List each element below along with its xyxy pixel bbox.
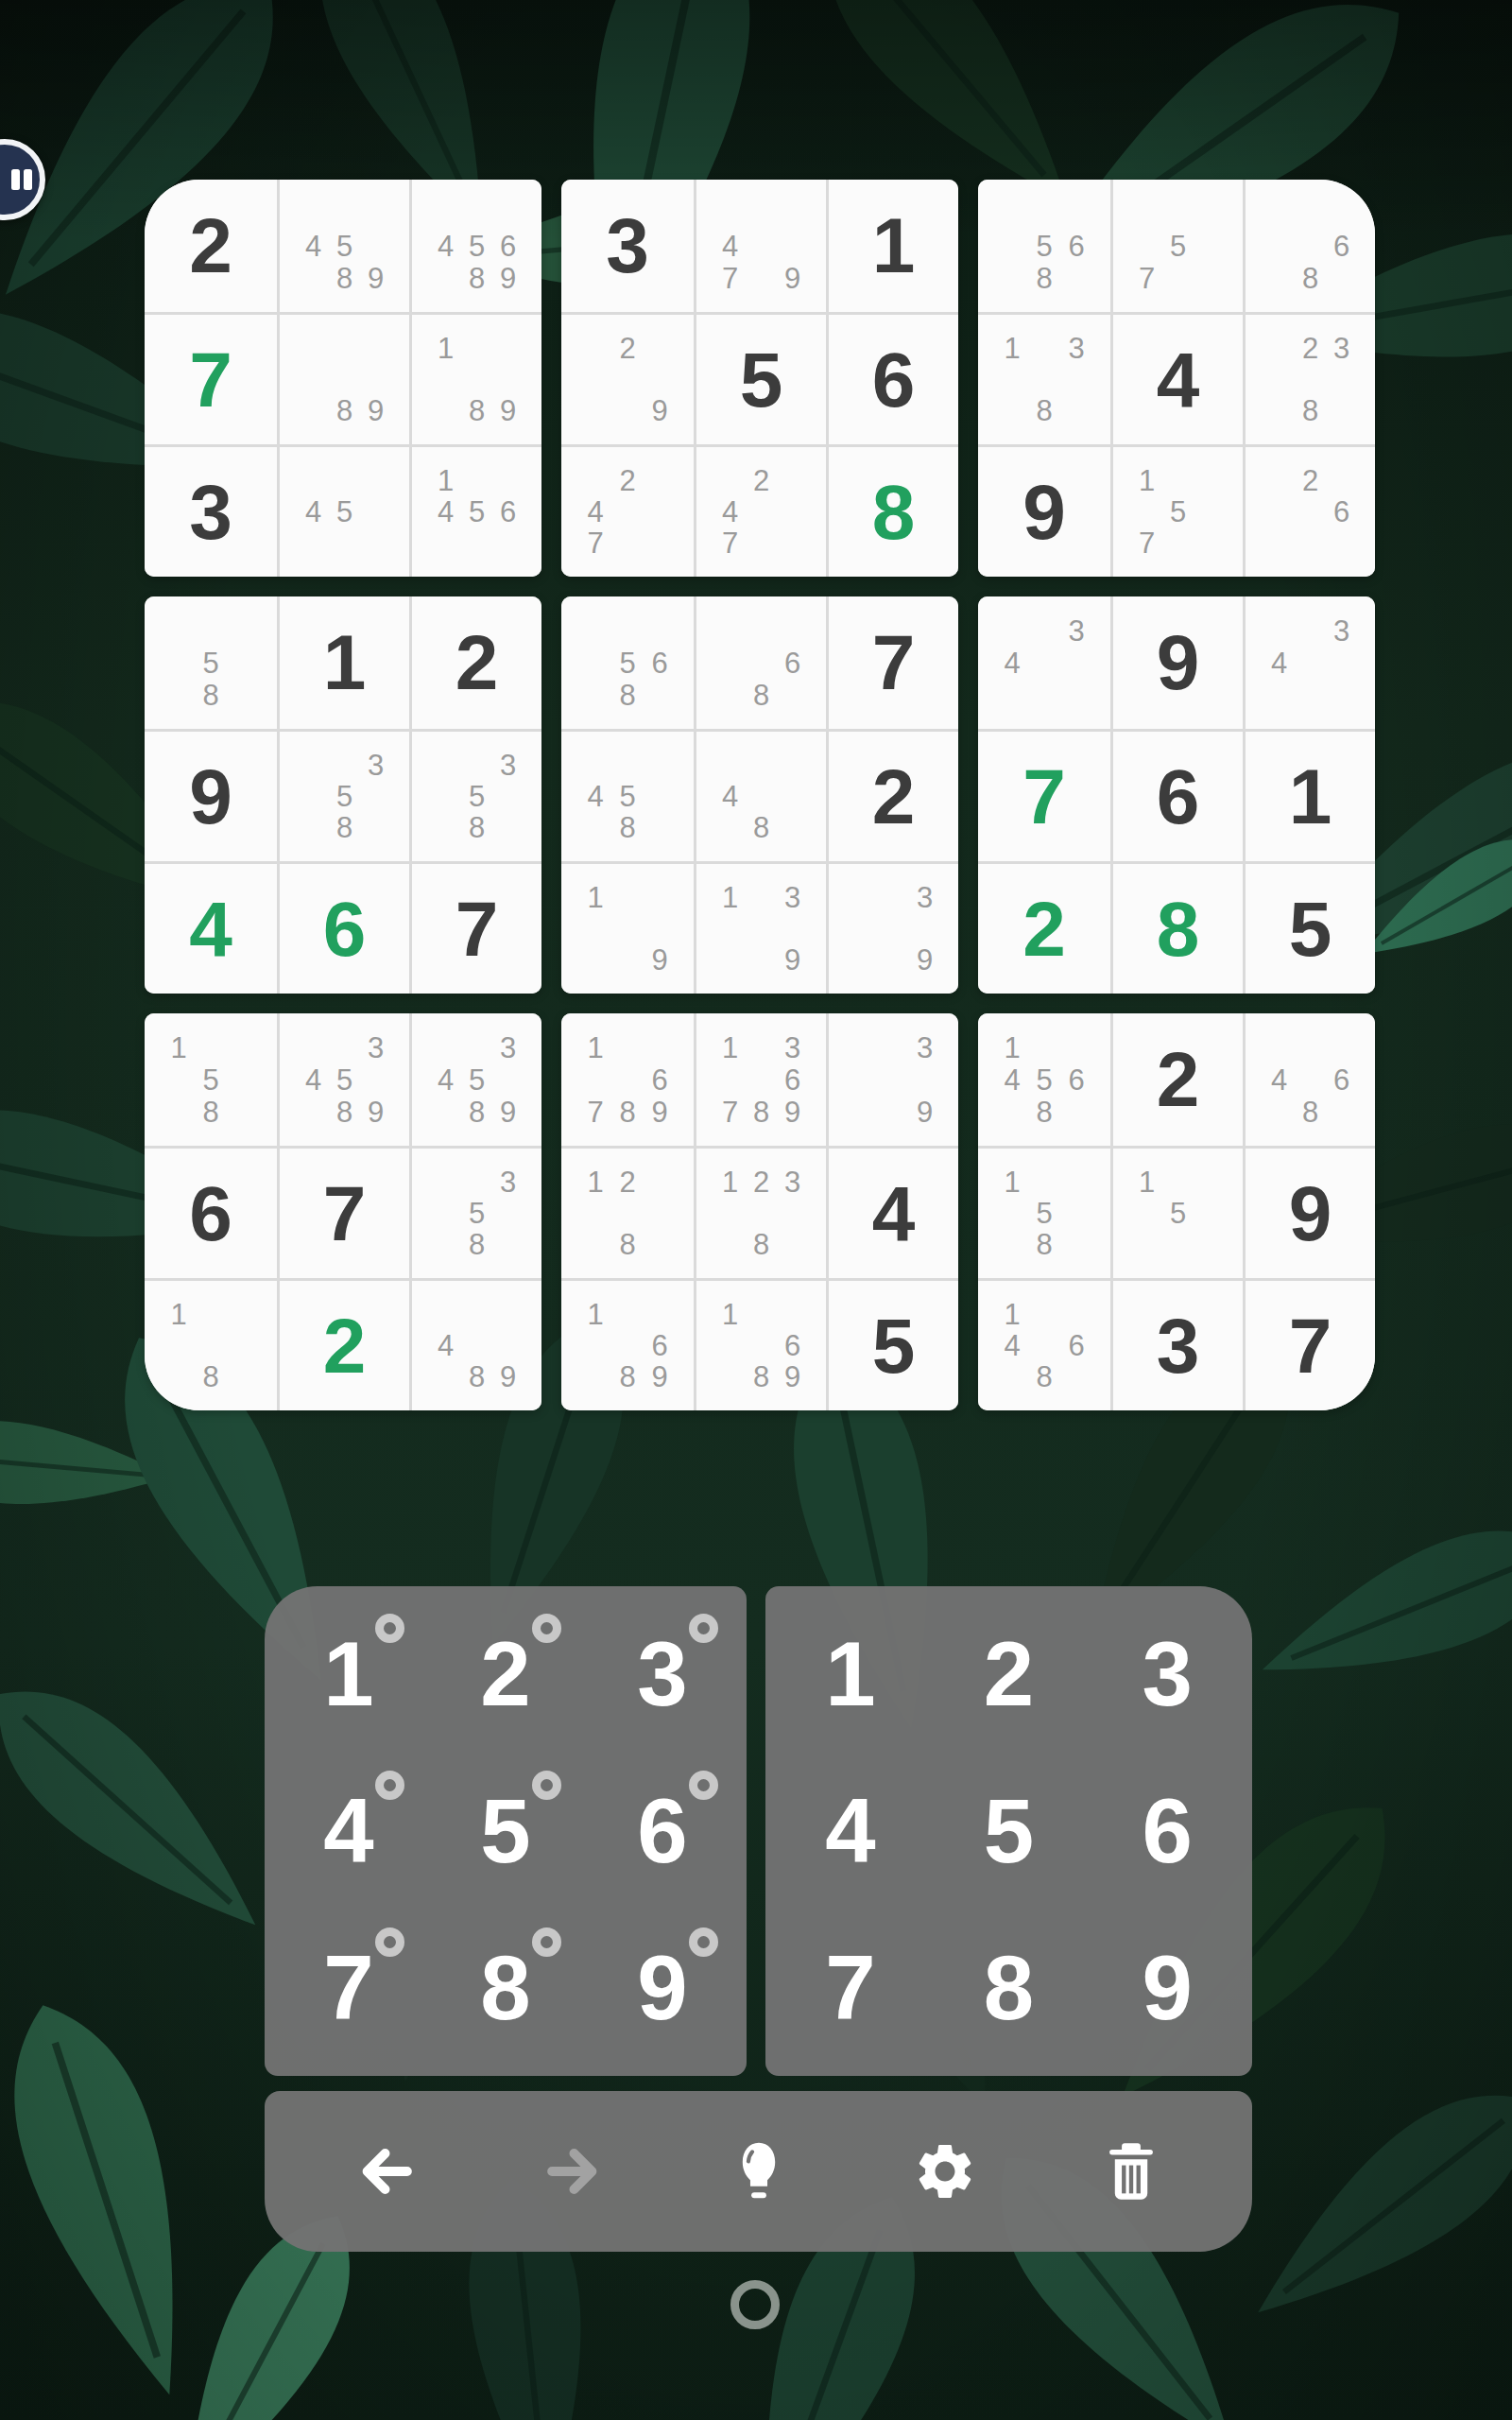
cell-r3c6[interactable]: 8 xyxy=(826,444,958,577)
note-digit: 9 xyxy=(909,944,940,976)
note-digit xyxy=(1060,1299,1092,1330)
cell-r6c1[interactable]: 4 xyxy=(145,861,277,994)
cell-r2c7[interactable]: 138 xyxy=(978,312,1110,444)
note-digit: 9 xyxy=(644,1096,676,1128)
note-digit xyxy=(329,527,360,559)
note-digit: 3 xyxy=(492,750,524,781)
note-digit xyxy=(360,333,391,364)
notes-key-8[interactable]: 8 xyxy=(427,1910,584,2066)
note-digit xyxy=(430,262,461,294)
note-digit: 3 xyxy=(492,1031,524,1063)
note-digit xyxy=(298,812,329,843)
note-digit xyxy=(1194,1198,1225,1229)
cell-r5c7[interactable]: 7 xyxy=(978,729,1110,861)
key-digit: 3 xyxy=(637,1629,687,1720)
note-digit xyxy=(777,614,808,647)
note-digit xyxy=(430,750,461,781)
note-digit: 4 xyxy=(996,1063,1028,1096)
note-digit xyxy=(1060,1198,1092,1229)
note-digit: 8 xyxy=(329,395,360,426)
note-digit xyxy=(298,465,329,496)
notes-key-2[interactable]: 2 xyxy=(427,1596,584,1753)
note-digit: 6 xyxy=(1060,1330,1092,1361)
cell-r7c5[interactable]: 136789 xyxy=(694,1013,826,1146)
given-digit: 9 xyxy=(1022,474,1066,551)
note-digit: 4 xyxy=(714,496,746,527)
note-digit xyxy=(644,882,676,913)
notes-key-1[interactable]: 1 xyxy=(270,1596,427,1753)
pencil-marks: 26 xyxy=(1263,465,1357,559)
note-digit xyxy=(644,1299,676,1330)
note-digit xyxy=(611,944,644,976)
note-digit: 6 xyxy=(777,1330,808,1361)
note-digit xyxy=(714,750,746,781)
cell-r8c9[interactable]: 9 xyxy=(1243,1146,1375,1278)
notes-key-5[interactable]: 5 xyxy=(427,1753,584,1910)
given-digit: 1 xyxy=(1289,758,1332,836)
note-digit xyxy=(227,1361,259,1392)
note-digit xyxy=(360,1063,391,1096)
pencil-marks: 34589 xyxy=(430,1031,524,1128)
pencil-marks: 68 xyxy=(714,614,808,711)
cell-r2c9[interactable]: 238 xyxy=(1243,312,1375,444)
toolbar xyxy=(265,2091,1252,2252)
note-digit: 2 xyxy=(746,465,777,496)
note-digit: 9 xyxy=(492,1361,524,1392)
given-digit: 9 xyxy=(1289,1175,1332,1253)
cell-r2c5[interactable]: 5 xyxy=(694,312,826,444)
cell-r2c3[interactable]: 189 xyxy=(409,312,541,444)
cell-r7c1[interactable]: 158 xyxy=(145,1013,277,1146)
entered-digit: 7 xyxy=(1022,758,1066,836)
cell-r7c2[interactable]: 34589 xyxy=(277,1013,409,1146)
note-digit: 7 xyxy=(1131,262,1162,294)
note-digit: 4 xyxy=(298,496,329,527)
note-digit: 5 xyxy=(1162,230,1194,262)
note-digit xyxy=(1263,1096,1295,1128)
cell-r4c5[interactable]: 68 xyxy=(694,596,826,729)
cell-r3c2[interactable]: 45 xyxy=(277,444,409,577)
number-key-5[interactable]: 5 xyxy=(930,1753,1089,1910)
note-digit xyxy=(1326,647,1357,679)
note-digit xyxy=(1194,262,1225,294)
notes-key-9[interactable]: 9 xyxy=(584,1910,741,2066)
cell-r4c8[interactable]: 9 xyxy=(1110,596,1243,729)
note-digit: 3 xyxy=(1326,614,1357,647)
key-digit: 6 xyxy=(1142,1786,1192,1876)
note-digit xyxy=(746,1330,777,1361)
cell-r6c7[interactable]: 2 xyxy=(978,861,1110,994)
note-digit: 1 xyxy=(714,882,746,913)
pencil-marks: 358 xyxy=(430,750,524,843)
note-digit xyxy=(430,1229,461,1260)
pencil-marks: 479 xyxy=(714,198,808,294)
cell-r3c4[interactable]: 247 xyxy=(561,444,694,577)
note-digit xyxy=(461,1167,492,1198)
note-digit xyxy=(461,750,492,781)
note-digit: 5 xyxy=(1028,230,1060,262)
number-key-1[interactable]: 1 xyxy=(771,1596,930,1753)
note-digit: 5 xyxy=(329,1063,360,1096)
note-digit xyxy=(579,913,611,944)
cell-r1c2[interactable]: 4589 xyxy=(277,180,409,312)
note-digit xyxy=(996,230,1028,262)
note-digit xyxy=(1263,262,1295,294)
redo-button[interactable] xyxy=(511,2110,634,2233)
cell-r1c5[interactable]: 479 xyxy=(694,180,826,312)
note-digit xyxy=(1326,198,1357,230)
settings-button[interactable] xyxy=(884,2110,1006,2233)
cell-r5c6[interactable]: 2 xyxy=(826,729,958,861)
note-digit: 1 xyxy=(430,465,461,496)
cell-r1c3[interactable]: 45689 xyxy=(409,180,541,312)
cell-r4c3[interactable]: 2 xyxy=(409,596,541,729)
given-digit: 1 xyxy=(323,624,367,701)
cell-r6c3[interactable]: 7 xyxy=(409,861,541,994)
note-digit xyxy=(644,364,676,395)
cell-r1c1[interactable]: 2 xyxy=(145,180,277,312)
note-digit xyxy=(878,1031,909,1063)
pencil-marks: 34 xyxy=(996,614,1092,711)
pencil-marks: 138 xyxy=(996,333,1092,426)
note-digit: 1 xyxy=(714,1299,746,1330)
number-key-3[interactable]: 3 xyxy=(1088,1596,1246,1753)
cell-r8c4[interactable]: 128 xyxy=(561,1146,694,1278)
cell-r9c4[interactable]: 1689 xyxy=(561,1278,694,1410)
note-digit xyxy=(1295,198,1326,230)
note-digit xyxy=(1131,496,1162,527)
cell-r8c2[interactable]: 7 xyxy=(277,1146,409,1278)
note-digit: 5 xyxy=(611,647,644,679)
note-digit: 8 xyxy=(329,812,360,843)
note-digit xyxy=(1326,1031,1357,1063)
cell-r3c7[interactable]: 9 xyxy=(978,444,1110,577)
note-digit xyxy=(1060,198,1092,230)
cell-r3c5[interactable]: 247 xyxy=(694,444,826,577)
note-digit xyxy=(611,882,644,913)
cell-r9c2[interactable]: 2 xyxy=(277,1278,409,1410)
cell-r5c3[interactable]: 358 xyxy=(409,729,541,861)
note-digit xyxy=(492,198,524,230)
cell-r5c9[interactable]: 1 xyxy=(1243,729,1375,861)
note-digit xyxy=(746,1198,777,1229)
cell-r5c2[interactable]: 358 xyxy=(277,729,409,861)
note-digit xyxy=(996,1361,1028,1392)
erase-button[interactable] xyxy=(1070,2110,1193,2233)
notes-key-7[interactable]: 7 xyxy=(270,1910,427,2066)
note-digit: 9 xyxy=(644,395,676,426)
key-digit: 2 xyxy=(480,1629,530,1720)
cell-r6c8[interactable]: 8 xyxy=(1110,861,1243,994)
note-digit xyxy=(1060,1361,1092,1392)
cell-r1c9[interactable]: 68 xyxy=(1243,180,1375,312)
given-digit: 3 xyxy=(1157,1307,1200,1385)
cell-r8c1[interactable]: 6 xyxy=(145,1146,277,1278)
note-digit xyxy=(1028,647,1060,679)
pencil-marks: 1238 xyxy=(714,1167,808,1260)
note-digit xyxy=(1326,395,1357,426)
note-digit xyxy=(746,1031,777,1063)
cell-r4c6[interactable]: 7 xyxy=(826,596,958,729)
cell-r2c2[interactable]: 89 xyxy=(277,312,409,444)
cell-r7c6[interactable]: 39 xyxy=(826,1013,958,1146)
note-digit: 8 xyxy=(195,1361,227,1392)
cell-r3c8[interactable]: 157 xyxy=(1110,444,1243,577)
cell-r9c6[interactable]: 5 xyxy=(826,1278,958,1410)
note-digit xyxy=(579,364,611,395)
note-digit xyxy=(298,364,329,395)
key-digit: 3 xyxy=(1142,1629,1192,1720)
pencil-marks: 1689 xyxy=(579,1299,676,1392)
note-digit: 5 xyxy=(1162,1198,1194,1229)
note-digit xyxy=(298,1031,329,1063)
note-digit xyxy=(909,913,940,944)
key-digit: 7 xyxy=(825,1943,875,2033)
note-digit: 8 xyxy=(1028,262,1060,294)
cell-r5c1[interactable]: 9 xyxy=(145,729,277,861)
note-digit xyxy=(996,198,1028,230)
cell-r7c3[interactable]: 34589 xyxy=(409,1013,541,1146)
home-indicator[interactable] xyxy=(730,2280,780,2329)
sudoku-board: 2458945689789189345145634791295624724785… xyxy=(145,180,1375,1410)
cell-r3c3[interactable]: 1456 xyxy=(409,444,541,577)
cell-r8c5[interactable]: 1238 xyxy=(694,1146,826,1278)
cell-r7c7[interactable]: 14568 xyxy=(978,1013,1110,1146)
note-digit: 8 xyxy=(611,1229,644,1260)
cell-r2c1[interactable]: 7 xyxy=(145,312,277,444)
cell-r9c3[interactable]: 489 xyxy=(409,1278,541,1410)
note-digit: 8 xyxy=(461,395,492,426)
note-digit: 6 xyxy=(1326,1063,1357,1096)
given-digit: 4 xyxy=(1157,341,1200,419)
note-digit xyxy=(227,1096,259,1128)
cell-r3c9[interactable]: 26 xyxy=(1243,444,1375,577)
cell-r1c4[interactable]: 3 xyxy=(561,180,694,312)
box-8: 167891367893912812384168916895 xyxy=(561,1013,958,1410)
notes-key-6[interactable]: 6 xyxy=(584,1753,741,1910)
note-digit xyxy=(195,1299,227,1330)
cell-r1c8[interactable]: 57 xyxy=(1110,180,1243,312)
note-digit: 8 xyxy=(461,1096,492,1128)
note-digit xyxy=(163,614,195,647)
cell-r1c6[interactable]: 1 xyxy=(826,180,958,312)
cell-r7c9[interactable]: 468 xyxy=(1243,1013,1375,1146)
note-digit xyxy=(1263,496,1295,527)
note-digit xyxy=(360,781,391,812)
number-key-9[interactable]: 9 xyxy=(1088,1910,1246,2066)
note-digit: 4 xyxy=(298,1063,329,1096)
note-digit: 1 xyxy=(996,1299,1028,1330)
note-digit: 3 xyxy=(909,1031,940,1063)
note-digit xyxy=(329,198,360,230)
given-digit: 1 xyxy=(872,207,916,285)
note-digit xyxy=(430,812,461,843)
note-digit xyxy=(1060,1031,1092,1063)
cell-r5c5[interactable]: 48 xyxy=(694,729,826,861)
note-digit xyxy=(492,1063,524,1096)
note-digit xyxy=(492,1198,524,1229)
note-digit: 8 xyxy=(1028,1229,1060,1260)
key-digit: 9 xyxy=(637,1943,687,2033)
key-digit: 6 xyxy=(637,1786,687,1876)
note-digit: 8 xyxy=(195,1096,227,1128)
note-digit xyxy=(430,527,461,559)
note-digit xyxy=(360,198,391,230)
note-digit: 8 xyxy=(746,1361,777,1392)
note-digit: 5 xyxy=(1162,496,1194,527)
key-digit: 4 xyxy=(323,1786,373,1876)
note-digit xyxy=(492,1229,524,1260)
note-digit xyxy=(329,465,360,496)
note-digit xyxy=(329,333,360,364)
cell-r9c5[interactable]: 1689 xyxy=(694,1278,826,1410)
cell-r4c4[interactable]: 568 xyxy=(561,596,694,729)
given-digit: 3 xyxy=(606,207,649,285)
note-digit: 2 xyxy=(1295,465,1326,496)
note-digit: 6 xyxy=(1326,230,1357,262)
note-digit xyxy=(644,913,676,944)
note-digit xyxy=(611,1330,644,1361)
note-digit: 1 xyxy=(1131,1167,1162,1198)
note-digit xyxy=(298,262,329,294)
cell-r4c7[interactable]: 34 xyxy=(978,596,1110,729)
cell-r9c8[interactable]: 3 xyxy=(1110,1278,1243,1410)
cell-r1c7[interactable]: 568 xyxy=(978,180,1110,312)
note-digit: 1 xyxy=(714,1167,746,1198)
note-digit: 4 xyxy=(1263,647,1295,679)
key-digit: 5 xyxy=(480,1786,530,1876)
note-ring-icon xyxy=(375,1771,404,1800)
cell-r7c8[interactable]: 2 xyxy=(1110,1013,1243,1146)
entered-digit: 6 xyxy=(323,890,367,968)
notes-key-4[interactable]: 4 xyxy=(270,1753,427,1910)
number-key-7[interactable]: 7 xyxy=(771,1910,930,2066)
cell-r8c7[interactable]: 158 xyxy=(978,1146,1110,1278)
note-digit: 9 xyxy=(360,1096,391,1128)
cell-r2c6[interactable]: 6 xyxy=(826,312,958,444)
number-key-2[interactable]: 2 xyxy=(930,1596,1089,1753)
note-digit xyxy=(996,1198,1028,1229)
note-digit xyxy=(1060,1167,1092,1198)
cell-r4c2[interactable]: 1 xyxy=(277,596,409,729)
note-digit xyxy=(1263,198,1295,230)
note-digit xyxy=(777,812,808,843)
note-digit: 1 xyxy=(163,1031,195,1063)
note-digit xyxy=(461,1031,492,1063)
notes-keypad: 123456789 xyxy=(265,1586,747,2076)
note-digit xyxy=(996,1229,1028,1260)
cell-r3c1[interactable]: 3 xyxy=(145,444,277,577)
cell-r6c6[interactable]: 39 xyxy=(826,861,958,994)
given-digit: 4 xyxy=(872,1175,916,1253)
number-key-4[interactable]: 4 xyxy=(771,1753,930,1910)
pencil-marks: 489 xyxy=(430,1299,524,1392)
cell-r9c1[interactable]: 18 xyxy=(145,1278,277,1410)
cell-r8c8[interactable]: 15 xyxy=(1110,1146,1243,1278)
note-digit xyxy=(195,1031,227,1063)
note-digit xyxy=(996,262,1028,294)
number-key-8[interactable]: 8 xyxy=(930,1910,1089,2066)
cell-r4c9[interactable]: 34 xyxy=(1243,596,1375,729)
note-digit xyxy=(1162,1229,1194,1260)
note-digit: 5 xyxy=(461,1063,492,1096)
cell-r5c4[interactable]: 458 xyxy=(561,729,694,861)
note-digit xyxy=(1162,527,1194,559)
cell-r6c5[interactable]: 139 xyxy=(694,861,826,994)
note-digit: 5 xyxy=(461,1198,492,1229)
undo-button[interactable] xyxy=(325,2110,448,2233)
key-digit: 1 xyxy=(825,1629,875,1720)
note-digit xyxy=(430,364,461,395)
cell-r6c2[interactable]: 6 xyxy=(277,861,409,994)
cell-r4c1[interactable]: 58 xyxy=(145,596,277,729)
note-digit xyxy=(644,527,676,559)
note-digit xyxy=(777,679,808,711)
note-digit: 4 xyxy=(430,1063,461,1096)
note-digit xyxy=(579,944,611,976)
note-digit xyxy=(847,1096,878,1128)
pencil-marks: 39 xyxy=(847,1031,940,1128)
pencil-marks: 568 xyxy=(996,198,1092,294)
cell-r6c9[interactable]: 5 xyxy=(1243,861,1375,994)
cell-r7c4[interactable]: 16789 xyxy=(561,1013,694,1146)
note-digit xyxy=(579,333,611,364)
note-digit: 4 xyxy=(1263,1063,1295,1096)
note-digit xyxy=(1060,1096,1092,1128)
pencil-marks: 45689 xyxy=(430,198,524,294)
note-digit xyxy=(746,1063,777,1096)
note-digit xyxy=(430,1361,461,1392)
note-digit: 8 xyxy=(461,1229,492,1260)
cell-r6c4[interactable]: 19 xyxy=(561,861,694,994)
entered-digit: 8 xyxy=(1157,890,1200,968)
note-digit: 7 xyxy=(714,527,746,559)
note-digit xyxy=(579,1330,611,1361)
note-digit xyxy=(1263,527,1295,559)
cell-r9c9[interactable]: 7 xyxy=(1243,1278,1375,1410)
number-key-6[interactable]: 6 xyxy=(1088,1753,1246,1910)
hint-button[interactable] xyxy=(697,2110,820,2233)
pencil-marks: 1468 xyxy=(996,1299,1092,1392)
pencil-marks: 238 xyxy=(1263,333,1357,426)
notes-key-3[interactable]: 3 xyxy=(584,1596,741,1753)
note-digit xyxy=(227,1063,259,1096)
note-digit: 6 xyxy=(492,496,524,527)
cell-r2c4[interactable]: 29 xyxy=(561,312,694,444)
cell-r8c3[interactable]: 358 xyxy=(409,1146,541,1278)
cell-r8c6[interactable]: 4 xyxy=(826,1146,958,1278)
note-digit: 1 xyxy=(579,1299,611,1330)
note-digit xyxy=(777,465,808,496)
note-digit xyxy=(579,614,611,647)
note-digit xyxy=(1194,527,1225,559)
note-digit xyxy=(461,465,492,496)
note-digit xyxy=(996,364,1028,395)
note-digit xyxy=(644,812,676,843)
note-digit xyxy=(611,1299,644,1330)
note-digit: 2 xyxy=(611,465,644,496)
note-digit xyxy=(1194,1167,1225,1198)
note-digit xyxy=(644,1198,676,1229)
cell-r9c7[interactable]: 1468 xyxy=(978,1278,1110,1410)
note-digit: 4 xyxy=(430,1330,461,1361)
note-digit: 4 xyxy=(430,230,461,262)
note-digit xyxy=(746,750,777,781)
cell-r5c8[interactable]: 6 xyxy=(1110,729,1243,861)
note-digit xyxy=(1060,364,1092,395)
arrow-right-icon xyxy=(540,2138,606,2204)
cell-r2c8[interactable]: 4 xyxy=(1110,312,1243,444)
